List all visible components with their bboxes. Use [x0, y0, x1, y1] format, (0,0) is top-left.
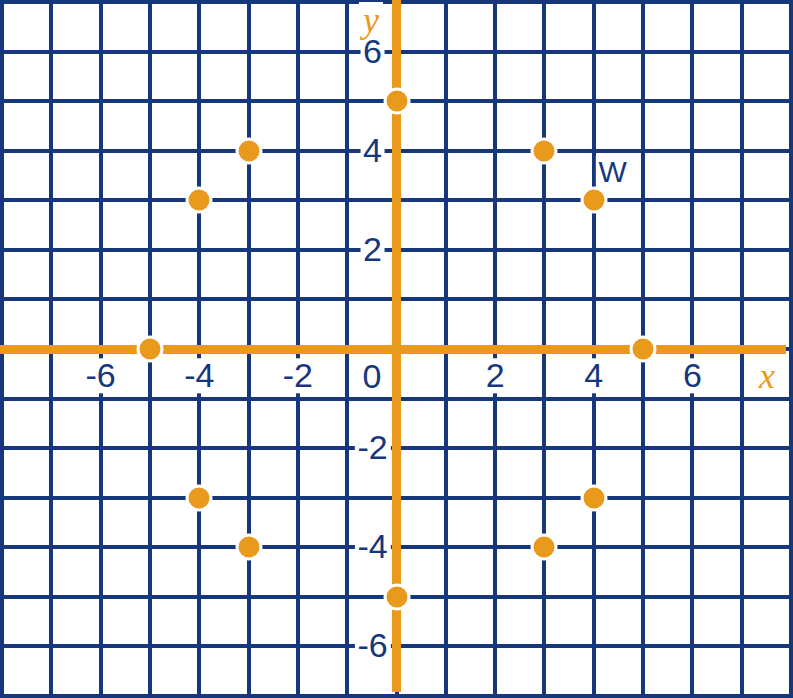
grid-cell: [300, 401, 345, 447]
data-point: [531, 534, 558, 561]
grid-cell: [300, 599, 345, 645]
x-tick-label: 2: [483, 358, 508, 393]
grid-cell: [645, 450, 690, 496]
grid-cell: [546, 4, 591, 50]
grid-cell: [645, 252, 690, 298]
grid-cell: [448, 252, 493, 298]
grid-cell: [53, 450, 98, 496]
grid-cell: [744, 4, 789, 50]
grid-cell: [448, 202, 493, 248]
data-point: [235, 137, 262, 164]
data-point: [186, 484, 213, 511]
grid-cell: [152, 401, 197, 447]
grid-cell: [251, 202, 296, 248]
grid-cell: [645, 401, 690, 447]
grid-cell: [596, 103, 641, 149]
grid-cell: [251, 4, 296, 50]
grid-cell: [744, 153, 789, 199]
x-tick-label: 6: [680, 358, 705, 393]
grid-cell: [645, 4, 690, 50]
grid-cell: [744, 54, 789, 100]
grid-cell: [546, 401, 591, 447]
grid-cell: [251, 450, 296, 496]
grid-cell: [645, 500, 690, 546]
grid-cell: [300, 450, 345, 496]
grid-cell: [497, 4, 542, 50]
grid-cell: [645, 549, 690, 595]
grid-cell: [201, 301, 246, 347]
grid-cell: [152, 4, 197, 50]
x-tick-label: -4: [181, 358, 217, 393]
grid-cell: [744, 202, 789, 248]
grid-cell: [448, 54, 493, 100]
grid-cell: [448, 153, 493, 199]
grid-cell: [645, 153, 690, 199]
grid-cell: [4, 153, 49, 199]
grid-cell: [744, 301, 789, 347]
y-tick-label: -4: [354, 530, 390, 565]
grid-cell: [4, 599, 49, 645]
grid-cell: [694, 450, 739, 496]
grid-cell: [152, 599, 197, 645]
grid-cell: [448, 599, 493, 645]
data-point: [580, 187, 607, 214]
grid-cell: [103, 450, 148, 496]
grid-cell: [53, 4, 98, 50]
data-point: [186, 187, 213, 214]
grid-cell: [744, 401, 789, 447]
grid-cell: [300, 301, 345, 347]
grid-cell: [152, 648, 197, 694]
grid-cell: [744, 500, 789, 546]
grid-cell: [645, 103, 690, 149]
grid-cell: [251, 54, 296, 100]
grid-cell: [201, 4, 246, 50]
grid-cell: [694, 301, 739, 347]
grid-cell: [596, 252, 641, 298]
grid-cell: [596, 599, 641, 645]
grid-cell: [694, 252, 739, 298]
data-point: [136, 336, 163, 363]
grid-cell: [546, 54, 591, 100]
grid-cell: [744, 252, 789, 298]
grid-cell: [103, 202, 148, 248]
grid-cell: [744, 549, 789, 595]
grid-cell: [103, 500, 148, 546]
grid-cell: [53, 401, 98, 447]
grid-cell: [4, 202, 49, 248]
grid-cell: [4, 54, 49, 100]
grid-cell: [53, 252, 98, 298]
data-point: [630, 336, 657, 363]
grid-cell: [53, 599, 98, 645]
grid-cell: [694, 401, 739, 447]
grid-cell: [251, 648, 296, 694]
grid-cell: [497, 252, 542, 298]
grid-cell: [596, 54, 641, 100]
grid-cell: [399, 351, 444, 397]
grid-cell: [497, 301, 542, 347]
grid-cell: [103, 54, 148, 100]
grid-cell: [53, 54, 98, 100]
grid-cell: [694, 103, 739, 149]
y-tick-label: 2: [360, 232, 385, 267]
grid-cell: [300, 153, 345, 199]
grid-cell: [300, 202, 345, 248]
grid-cell: [53, 103, 98, 149]
grid-cell: [4, 252, 49, 298]
grid-cell: [497, 202, 542, 248]
grid-cell: [596, 549, 641, 595]
grid-cell: [448, 4, 493, 50]
grid-cell: [694, 4, 739, 50]
data-point: [235, 534, 262, 561]
grid-cell: [448, 401, 493, 447]
y-tick-label: -6: [354, 629, 390, 664]
grid-cell: [152, 103, 197, 149]
grid-cell: [448, 500, 493, 546]
grid-cell: [300, 54, 345, 100]
grid-cell: [448, 301, 493, 347]
grid-cell: [744, 103, 789, 149]
grid-cell: [694, 54, 739, 100]
y-tick-label: 4: [360, 133, 385, 168]
grid-cell: [497, 450, 542, 496]
grid-cell: [744, 599, 789, 645]
grid-cell: [300, 252, 345, 298]
grid-cell: [399, 648, 444, 694]
grid-cell: [103, 103, 148, 149]
grid-cell: [645, 648, 690, 694]
grid-cell: [103, 401, 148, 447]
grid-cell: [53, 648, 98, 694]
grid-cell: [448, 648, 493, 694]
grid-cell: [399, 301, 444, 347]
grid-cell: [201, 648, 246, 694]
grid-cell: [53, 500, 98, 546]
point-label-W: W: [596, 156, 630, 188]
grid-cell: [300, 648, 345, 694]
grid-cell: [201, 401, 246, 447]
grid-cell: [645, 54, 690, 100]
grid-cell: [201, 252, 246, 298]
grid-cell: [300, 4, 345, 50]
data-point: [580, 484, 607, 511]
grid-cell: [152, 252, 197, 298]
grid-cell: [300, 549, 345, 595]
grid-cell: [103, 599, 148, 645]
grid-cell: [152, 54, 197, 100]
grid-cell: [103, 549, 148, 595]
grid-cell: [399, 202, 444, 248]
grid-cell: [694, 549, 739, 595]
grid-cell: [399, 450, 444, 496]
x-tick-label: -2: [280, 358, 316, 393]
grid-cell: [645, 202, 690, 248]
data-point: [383, 583, 410, 610]
grid-cell: [694, 500, 739, 546]
grid-cell: [53, 202, 98, 248]
grid-cell: [4, 648, 49, 694]
grid-cell: [399, 4, 444, 50]
grid-cell: [448, 450, 493, 496]
y-axis-label: y: [359, 2, 383, 38]
grid-cell: [103, 4, 148, 50]
grid-cell: [103, 153, 148, 199]
grid-cell: [53, 301, 98, 347]
grid-cell: [4, 4, 49, 50]
grid-cell: [596, 4, 641, 50]
grid-cell: [399, 401, 444, 447]
grid-cell: [546, 301, 591, 347]
grid-cell: [694, 648, 739, 694]
grid-cell: [4, 103, 49, 149]
grid-cell: [4, 301, 49, 347]
grid-cell: [201, 54, 246, 100]
grid-cell: [546, 252, 591, 298]
data-point: [383, 88, 410, 115]
coordinate-plane: W-6-4-2246642-2-4-6 y x 0: [0, 0, 793, 698]
grid-cell: [251, 401, 296, 447]
grid-cell: [694, 599, 739, 645]
grid-cell: [596, 401, 641, 447]
grid-cell: [546, 648, 591, 694]
grid-cell: [300, 500, 345, 546]
origin-label: 0: [363, 359, 382, 393]
x-tick-label: 4: [581, 358, 606, 393]
grid-cell: [300, 103, 345, 149]
x-tick-label: -6: [83, 358, 119, 393]
grid-cell: [399, 500, 444, 546]
grid-cell: [251, 252, 296, 298]
grid-cell: [4, 351, 49, 397]
grid-cell: [645, 599, 690, 645]
grid-cell: [251, 599, 296, 645]
x-axis-label: x: [759, 358, 775, 394]
grid-cell: [694, 202, 739, 248]
grid-cell: [251, 301, 296, 347]
grid-cell: [4, 549, 49, 595]
grid-cell: [103, 252, 148, 298]
grid-cell: [4, 450, 49, 496]
grid-cell: [4, 500, 49, 546]
grid-cell: [744, 450, 789, 496]
grid-cell: [497, 648, 542, 694]
grid-cell: [201, 599, 246, 645]
data-point: [531, 137, 558, 164]
grid-cell: [497, 401, 542, 447]
grid-cell: [53, 549, 98, 595]
grid-cell: [497, 599, 542, 645]
grid-cell: [694, 153, 739, 199]
grid-cell: [596, 648, 641, 694]
grid-cell: [448, 103, 493, 149]
y-tick-label: -2: [354, 430, 390, 465]
grid-cell: [4, 401, 49, 447]
grid-cell: [399, 252, 444, 298]
grid-cell: [152, 549, 197, 595]
grid-cell: [546, 599, 591, 645]
grid-cell: [497, 54, 542, 100]
grid-cell: [448, 549, 493, 595]
grid-cell: [53, 153, 98, 199]
grid-cell: [744, 648, 789, 694]
grid-cell: [103, 648, 148, 694]
grid-cell: [349, 301, 394, 347]
grid-cell: [399, 153, 444, 199]
